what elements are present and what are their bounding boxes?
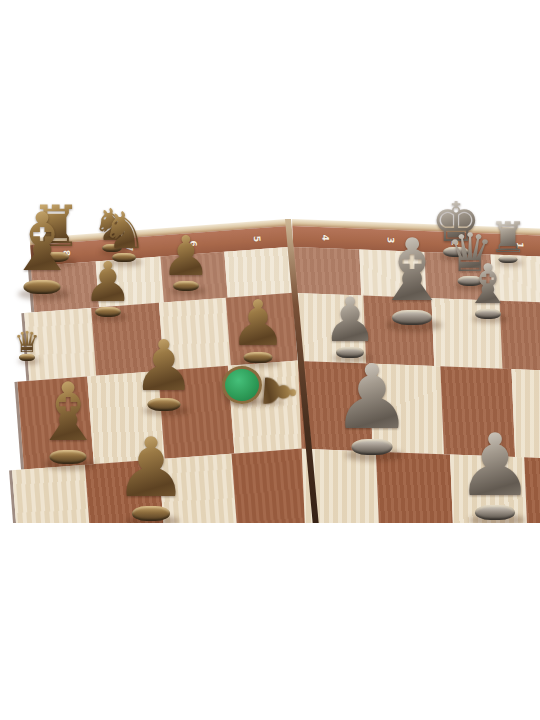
piece-base-drum xyxy=(352,439,393,455)
piece-glyph-p: ♟ xyxy=(332,353,412,442)
piece-glyph-p: ♟ xyxy=(83,255,132,310)
piece-base-drum xyxy=(475,505,515,520)
square-e3 xyxy=(376,452,454,523)
piece-glyph-b: ♝ xyxy=(32,373,104,453)
piece-base-drum xyxy=(24,280,61,294)
chess-set-product-photo: 8765 4321 ♜♝♞♞♛♟♟♟♝♟♟♟♚♛♜♝♝♟♟♟ xyxy=(0,0,540,720)
piece-glyph-p: ♟ xyxy=(323,289,378,350)
rank-label-5: 5 xyxy=(252,235,261,242)
piece-glyph-n: ♞ xyxy=(101,205,147,256)
piece-base-drum xyxy=(50,450,87,464)
piece-glyph-p: ♟ xyxy=(230,292,286,355)
rank-label-4: 4 xyxy=(320,234,329,241)
piece-glyph-q: ♛ xyxy=(14,328,40,357)
piece-base-drum xyxy=(132,506,170,521)
piece-glyph-p: ♟ xyxy=(456,422,533,508)
piece-glyph-b: ♝ xyxy=(463,257,512,312)
piece-glyph-p: ♟ xyxy=(133,331,196,401)
piece-glyph-b: ♝ xyxy=(6,203,78,283)
board-area: 8765 4321 ♜♝♞♞♛♟♟♟♝♟♟♟♚♛♜♝♝♟♟♟ xyxy=(0,0,540,523)
piece-base-drum xyxy=(148,398,181,411)
piece-base-drum xyxy=(19,354,35,361)
piece-base-drum xyxy=(95,307,121,317)
piece-base-drum xyxy=(244,352,273,363)
piece-base-drum xyxy=(392,310,432,325)
square-e5 xyxy=(231,448,310,523)
piece-glyph-p: ♟ xyxy=(114,427,188,509)
green-felt-base xyxy=(222,366,262,404)
square-e8 xyxy=(12,465,91,523)
piece-base-drum xyxy=(173,281,199,291)
piece-glyph-p: ♟ xyxy=(161,229,210,284)
piece-base-drum xyxy=(475,309,501,319)
piece-glyph-b: ♝ xyxy=(373,227,450,313)
fallen-pawn-glyph: ♟ xyxy=(256,370,303,412)
